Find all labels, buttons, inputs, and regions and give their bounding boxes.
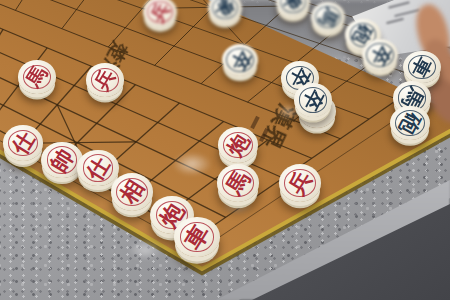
black-piece-disc: 卒 — [294, 83, 333, 117]
black-piece-disc: 象 — [276, 0, 310, 17]
piece-red-i4[interactable]: 兵 — [279, 164, 322, 201]
piece-black-g6[interactable]: 卒 — [294, 83, 333, 117]
piece-red-d3[interactable]: 馬 — [18, 60, 56, 93]
piece-red-h4[interactable]: 馬 — [217, 164, 260, 201]
piece-red-d1[interactable]: 仕 — [3, 125, 44, 161]
piece-black-g7[interactable]: 卒 — [222, 44, 259, 76]
black-piece-disc: 象 — [208, 0, 242, 23]
piece-black-i5[interactable]: 砲 — [390, 106, 430, 141]
piece-red-g1[interactable]: 相 — [111, 173, 154, 211]
black-piece-disc: 卒 — [222, 44, 259, 76]
piece-red-i1[interactable]: 車 — [174, 217, 219, 257]
black-piece-disc: 卒 — [362, 39, 399, 71]
chalk-dust — [172, 152, 212, 176]
score-sheet-writing — [386, 18, 404, 24]
piece-black-g10[interactable]: 象 — [276, 0, 310, 17]
black-piece-disc: 馬 — [311, 2, 346, 33]
red-piece-disc: 兵 — [143, 0, 178, 27]
red-piece-disc: 相 — [111, 173, 154, 211]
red-piece-disc: 仕 — [3, 125, 44, 161]
score-sheet-writing — [388, 1, 410, 8]
red-piece-disc: 馬 — [217, 164, 260, 201]
red-piece-disc: 兵 — [279, 164, 322, 201]
piece-red-e4[interactable]: 兵 — [86, 63, 124, 96]
xiangqi-photo-scene: 楚河 漢界 象象兵馬砲卒卒車馬卒兵馬卒砲仕炮帥仕馬兵相炮車 — [0, 0, 450, 300]
piece-red-f7[interactable]: 兵 — [143, 0, 178, 27]
black-piece-disc: 砲 — [390, 106, 430, 141]
red-piece-disc: 兵 — [86, 63, 124, 96]
chalk-dust — [128, 240, 162, 260]
red-piece-disc: 車 — [174, 217, 219, 257]
piece-black-g9[interactable]: 馬 — [311, 2, 346, 33]
red-piece-disc: 馬 — [18, 60, 56, 93]
piece-black-e8[interactable]: 象 — [208, 0, 242, 23]
piece-black-h7[interactable]: 卒 — [362, 39, 399, 71]
